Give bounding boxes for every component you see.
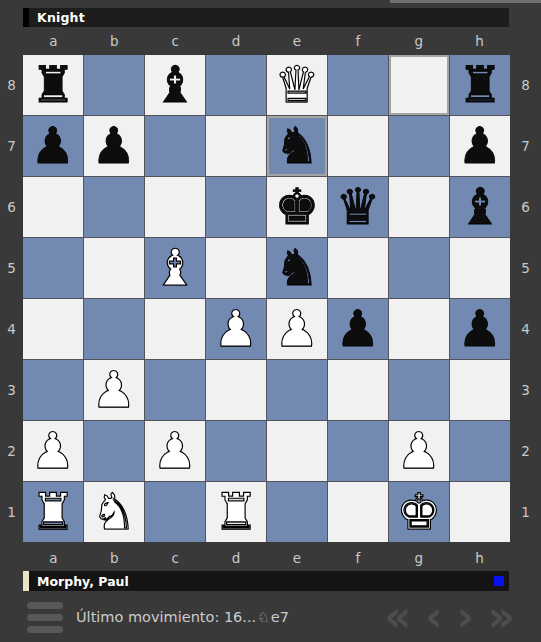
square-b8[interactable] — [84, 55, 144, 115]
square-h4[interactable]: ♟ — [450, 299, 510, 359]
piece-black-bishop: ♝ — [458, 178, 503, 236]
square-b3[interactable]: ♟ — [84, 360, 144, 420]
file-label-e: e — [267, 29, 328, 53]
square-a2[interactable]: ♟ — [23, 421, 83, 481]
file-labels-bottom: abcdefgh — [23, 546, 510, 570]
square-c5[interactable]: ♝ — [145, 238, 205, 298]
square-a4[interactable] — [23, 299, 83, 359]
rank-label-6: 6 — [510, 177, 541, 238]
piece-black-rook: ♜ — [31, 56, 76, 114]
rank-label-7: 7 — [510, 116, 541, 177]
square-h8[interactable]: ♜ — [450, 55, 510, 115]
square-e6[interactable]: ♚ — [267, 177, 327, 237]
square-g8[interactable] — [389, 55, 449, 115]
square-c7[interactable] — [145, 116, 205, 176]
piece-black-pawn: ♟ — [458, 300, 503, 358]
square-c1[interactable] — [145, 482, 205, 542]
last-move-button[interactable]: » — [488, 597, 515, 637]
square-h5[interactable] — [450, 238, 510, 298]
rank-label-2: 2 — [510, 420, 541, 481]
file-label-g: g — [388, 546, 449, 570]
move-navigation: « ‹ › » — [384, 597, 515, 637]
last-move-status: Último movimiento: 16...♘e7 — [76, 609, 289, 625]
square-f4[interactable]: ♟ — [328, 299, 388, 359]
rank-label-1: 1 — [510, 481, 541, 542]
piece-black-bishop: ♝ — [153, 56, 198, 114]
square-c6[interactable] — [145, 177, 205, 237]
piece-black-knight: ♞ — [275, 239, 320, 297]
piece-black-rook: ♜ — [458, 56, 503, 114]
puzzle-theme-bar: Knight — [23, 8, 509, 27]
square-d3[interactable] — [206, 360, 266, 420]
piece-white-pawn: ♟ — [275, 300, 320, 358]
square-a5[interactable] — [23, 238, 83, 298]
puzzle-theme-title: Knight — [37, 10, 85, 25]
player-name: Morphy, Paul — [37, 574, 494, 589]
square-a7[interactable]: ♟ — [23, 116, 83, 176]
square-g2[interactable]: ♟ — [389, 421, 449, 481]
square-f3[interactable] — [328, 360, 388, 420]
piece-black-pawn: ♟ — [92, 117, 137, 175]
piece-black-pawn: ♟ — [336, 300, 381, 358]
square-h7[interactable]: ♟ — [450, 116, 510, 176]
file-label-f: f — [327, 546, 388, 570]
knight-figurine-icon: ♘ — [256, 609, 271, 625]
square-d7[interactable] — [206, 116, 266, 176]
piece-white-pawn: ♟ — [153, 422, 198, 480]
square-h1[interactable] — [450, 482, 510, 542]
rank-label-5: 5 — [0, 238, 23, 299]
square-d4[interactable]: ♟ — [206, 299, 266, 359]
square-d6[interactable] — [206, 177, 266, 237]
top-edge-strip — [390, 0, 541, 3]
square-a6[interactable] — [23, 177, 83, 237]
file-label-c: c — [145, 29, 206, 53]
square-f5[interactable] — [328, 238, 388, 298]
square-g7[interactable] — [389, 116, 449, 176]
piece-black-king: ♚ — [275, 178, 320, 236]
rank-label-7: 7 — [0, 116, 23, 177]
rank-label-4: 4 — [510, 299, 541, 360]
file-label-f: f — [327, 29, 388, 53]
rank-label-3: 3 — [510, 359, 541, 420]
square-a3[interactable] — [23, 360, 83, 420]
square-e2[interactable] — [267, 421, 327, 481]
square-b2[interactable] — [84, 421, 144, 481]
square-b7[interactable]: ♟ — [84, 116, 144, 176]
file-label-e: e — [267, 546, 328, 570]
piece-white-pawn: ♟ — [31, 422, 76, 480]
piece-black-knight: ♞ — [275, 117, 320, 175]
square-c2[interactable]: ♟ — [145, 421, 205, 481]
square-c4[interactable] — [145, 299, 205, 359]
bottom-controls: Último movimiento: 16...♘e7 « ‹ › » — [0, 592, 541, 642]
square-e5[interactable]: ♞ — [267, 238, 327, 298]
file-label-b: b — [84, 29, 145, 53]
square-e1[interactable] — [267, 482, 327, 542]
square-h6[interactable]: ♝ — [450, 177, 510, 237]
piece-white-pawn: ♟ — [92, 361, 137, 419]
square-d2[interactable] — [206, 421, 266, 481]
piece-black-queen: ♛ — [336, 178, 381, 236]
file-label-h: h — [449, 29, 510, 53]
file-label-a: a — [23, 546, 84, 570]
last-move-square: e7 — [271, 609, 289, 625]
square-e4[interactable]: ♟ — [267, 299, 327, 359]
piece-black-pawn: ♟ — [458, 117, 503, 175]
piece-white-pawn: ♟ — [214, 300, 259, 358]
square-g4[interactable] — [389, 299, 449, 359]
file-label-g: g — [388, 29, 449, 53]
file-label-h: h — [449, 546, 510, 570]
file-labels-top: abcdefgh — [23, 29, 510, 53]
square-f6[interactable]: ♛ — [328, 177, 388, 237]
piece-white-bishop: ♝ — [153, 239, 198, 297]
file-label-d: d — [206, 29, 267, 53]
rank-labels-left: 87654321 — [0, 55, 23, 542]
square-b1[interactable]: ♞ — [84, 482, 144, 542]
player-bar: Morphy, Paul — [23, 571, 509, 591]
square-h2[interactable] — [450, 421, 510, 481]
square-c8[interactable]: ♝ — [145, 55, 205, 115]
square-g6[interactable] — [389, 177, 449, 237]
piece-white-rook: ♜ — [214, 483, 259, 541]
rank-labels-right: 87654321 — [510, 55, 541, 542]
square-d5[interactable] — [206, 238, 266, 298]
first-move-button[interactable]: « — [384, 597, 411, 637]
file-label-d: d — [206, 546, 267, 570]
square-g5[interactable] — [389, 238, 449, 298]
square-a1[interactable]: ♜ — [23, 482, 83, 542]
rank-label-5: 5 — [510, 238, 541, 299]
square-h3[interactable] — [450, 360, 510, 420]
square-d8[interactable] — [206, 55, 266, 115]
square-f2[interactable] — [328, 421, 388, 481]
rank-label-2: 2 — [0, 420, 23, 481]
rank-label-1: 1 — [0, 481, 23, 542]
file-label-a: a — [23, 29, 84, 53]
piece-black-pawn: ♟ — [31, 117, 76, 175]
square-e7[interactable]: ♞ — [267, 116, 327, 176]
square-d1[interactable]: ♜ — [206, 482, 266, 542]
square-a8[interactable]: ♜ — [23, 55, 83, 115]
side-indicator — [494, 576, 504, 586]
square-e8[interactable]: ♛ — [267, 55, 327, 115]
square-f8[interactable] — [328, 55, 388, 115]
rank-label-3: 3 — [0, 359, 23, 420]
file-label-c: c — [145, 546, 206, 570]
rank-label-6: 6 — [0, 177, 23, 238]
square-g1[interactable]: ♚ — [389, 482, 449, 542]
piece-white-pawn: ♟ — [397, 422, 442, 480]
rank-label-8: 8 — [0, 55, 23, 116]
previous-move-button[interactable]: ‹ — [425, 597, 442, 637]
square-f1[interactable] — [328, 482, 388, 542]
square-b4[interactable] — [84, 299, 144, 359]
rank-label-4: 4 — [0, 299, 23, 360]
square-g3[interactable] — [389, 360, 449, 420]
file-label-b: b — [84, 546, 145, 570]
square-e3[interactable] — [267, 360, 327, 420]
piece-white-king: ♚ — [397, 483, 442, 541]
piece-white-knight: ♞ — [92, 483, 137, 541]
last-move-text: Último movimiento: 16... — [76, 609, 256, 625]
player-bar-stripe — [23, 571, 29, 591]
piece-white-queen: ♛ — [275, 56, 320, 114]
next-move-button[interactable]: › — [457, 597, 474, 637]
square-b6[interactable] — [84, 177, 144, 237]
square-b5[interactable] — [84, 238, 144, 298]
menu-icon[interactable] — [27, 602, 63, 633]
board[interactable]: ♜♝♛♜♟♟♞♟♚♛♝♝♞♟♟♟♟♟♟♟♟♜♞♜♚ — [23, 55, 510, 542]
theme-bar-stripe — [23, 8, 29, 27]
rank-label-8: 8 — [510, 55, 541, 116]
piece-white-rook: ♜ — [31, 483, 76, 541]
square-c3[interactable] — [145, 360, 205, 420]
square-f7[interactable] — [328, 116, 388, 176]
